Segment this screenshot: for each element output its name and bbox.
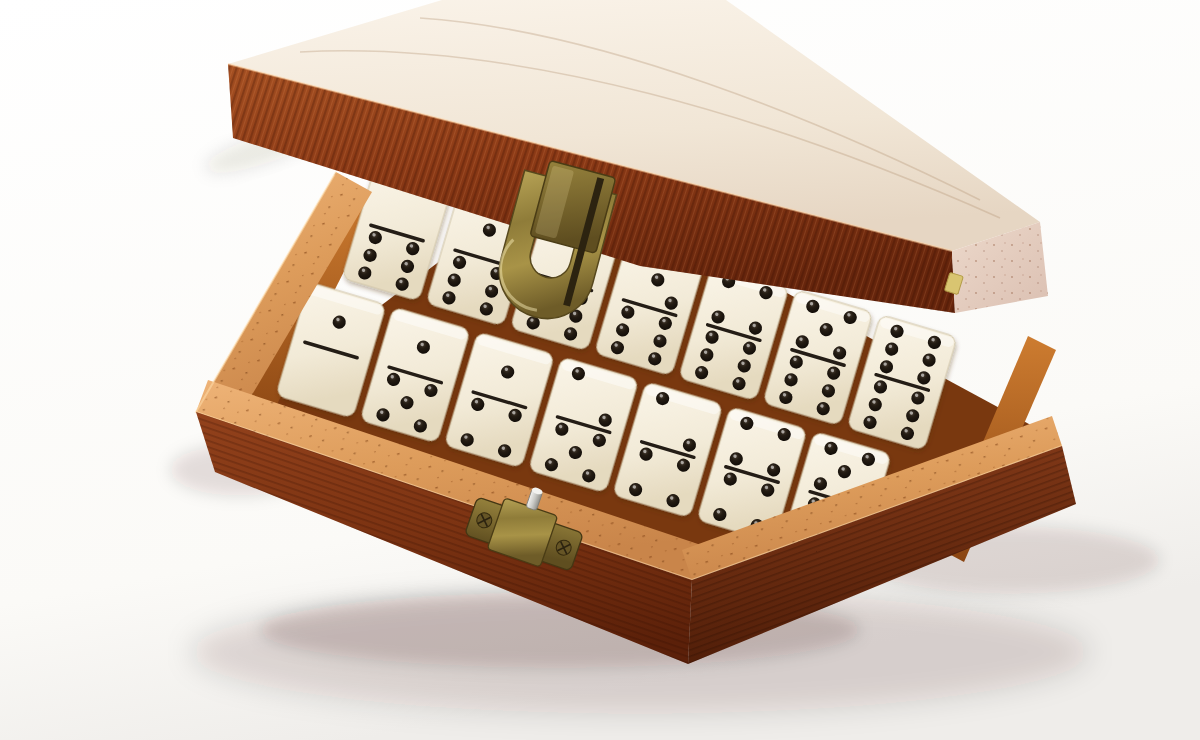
domino-box-scene bbox=[0, 0, 1200, 740]
photo-of-domino-box: Open wooden domino case with brass clasp… bbox=[0, 0, 1200, 740]
